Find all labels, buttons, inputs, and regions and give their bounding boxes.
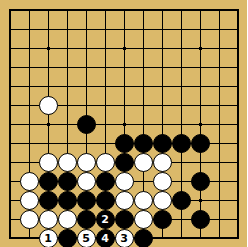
white-stone [153, 172, 172, 191]
black-stone: 2 [96, 210, 115, 229]
black-stone [134, 134, 153, 153]
white-stone: 5 [77, 229, 96, 247]
white-stone [58, 210, 77, 229]
black-stone [153, 134, 172, 153]
black-stone [58, 191, 77, 210]
white-stone [96, 153, 115, 172]
white-stone [39, 210, 58, 229]
white-stone [58, 153, 77, 172]
black-stone [96, 191, 115, 210]
white-stone [39, 153, 58, 172]
move-number-label: 3 [120, 233, 128, 244]
go-board: 21543 [0, 0, 247, 247]
white-stone [20, 191, 39, 210]
black-stone [115, 153, 134, 172]
white-stone [77, 172, 96, 191]
white-stone [153, 191, 172, 210]
black-stone [115, 134, 134, 153]
black-stone [191, 134, 210, 153]
black-stone [191, 210, 210, 229]
white-stone [134, 153, 153, 172]
black-stone [58, 172, 77, 191]
black-stone [39, 191, 58, 210]
black-stone [134, 229, 153, 247]
move-number-label: 5 [82, 233, 90, 244]
white-stone [115, 191, 134, 210]
move-number-label: 1 [44, 233, 52, 244]
move-number-label: 2 [101, 214, 109, 225]
move-number-label: 4 [101, 233, 109, 244]
black-stone [172, 191, 191, 210]
white-stone [20, 172, 39, 191]
black-stone [115, 210, 134, 229]
white-stone [39, 96, 58, 115]
black-stone [172, 134, 191, 153]
black-stone [77, 115, 96, 134]
black-stone [153, 210, 172, 229]
stones-layer: 21543 [1, 1, 248, 247]
black-stone [191, 172, 210, 191]
white-stone [20, 210, 39, 229]
white-stone [134, 210, 153, 229]
white-stone [115, 172, 134, 191]
black-stone: 4 [96, 229, 115, 247]
black-stone [77, 191, 96, 210]
white-stone [77, 153, 96, 172]
white-stone: 1 [39, 229, 58, 247]
black-stone [58, 229, 77, 247]
black-stone [39, 172, 58, 191]
white-stone [153, 153, 172, 172]
black-stone [96, 172, 115, 191]
white-stone [134, 191, 153, 210]
white-stone: 3 [115, 229, 134, 247]
black-stone [77, 210, 96, 229]
